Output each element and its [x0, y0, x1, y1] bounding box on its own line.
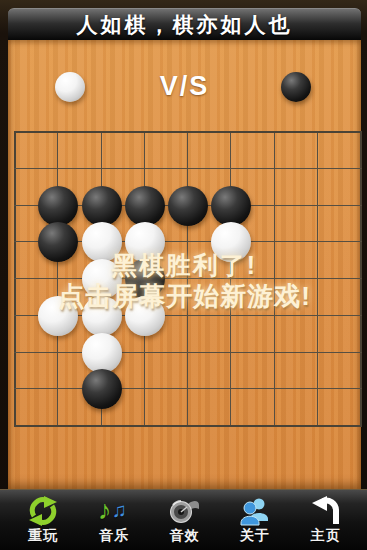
- sound-button[interactable]: 音效: [151, 491, 217, 549]
- replay-button[interactable]: 重玩: [10, 491, 76, 549]
- replay-label: 重玩: [28, 527, 58, 545]
- board-grid-hline: [14, 131, 362, 133]
- black-stone: [211, 186, 251, 226]
- app-title: 人如棋，棋亦如人也: [77, 11, 293, 39]
- board-grid-hline: [14, 425, 362, 427]
- board-grid-hline: [14, 168, 362, 169]
- win-message-line1: 黑棋胜利了!: [8, 250, 361, 280]
- home-label: 主页: [311, 527, 341, 545]
- bottom-toolbar: 重玩 ♪ ♫ 音乐: [0, 489, 367, 550]
- speaker-icon: [168, 495, 200, 527]
- game-area[interactable]: V/S 黑棋胜利了! 点击屏幕开始新游戏!: [8, 40, 361, 489]
- music-label: 音乐: [99, 527, 129, 545]
- app-screen: 人如棋，棋亦如人也 V/S 黑棋胜利了! 点击屏幕开始新游戏! 重玩: [0, 0, 367, 550]
- black-stone: [82, 186, 122, 226]
- win-message[interactable]: 黑棋胜利了! 点击屏幕开始新游戏!: [8, 250, 361, 312]
- people-icon: [239, 495, 271, 527]
- vs-black-stone: [281, 72, 311, 102]
- black-stone: [125, 186, 165, 226]
- about-button[interactable]: 关于: [222, 491, 288, 549]
- win-message-line2: 点击屏幕开始新游戏!: [8, 280, 361, 312]
- board-grid-hline: [14, 352, 362, 353]
- sound-label: 音效: [169, 527, 199, 545]
- about-label: 关于: [240, 527, 270, 545]
- black-stone: [168, 186, 208, 226]
- black-stone: [82, 369, 122, 409]
- replay-arrows-icon: [27, 495, 59, 527]
- home-button[interactable]: 主页: [293, 491, 359, 549]
- music-notes-icon: ♪ ♫: [98, 495, 130, 527]
- white-stone: [82, 333, 122, 373]
- title-bar: 人如棋，棋亦如人也: [8, 8, 361, 41]
- board-grid-hline: [14, 388, 362, 389]
- music-button[interactable]: ♪ ♫ 音乐: [81, 491, 147, 549]
- black-stone: [38, 186, 78, 226]
- back-arrow-icon: [310, 495, 342, 527]
